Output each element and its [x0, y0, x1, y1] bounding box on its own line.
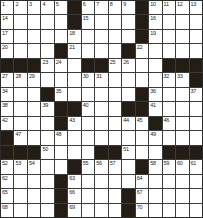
clue-number: 46: [164, 117, 170, 123]
grid-cell[interactable]: 28: [14, 73, 26, 86]
blocked-cell: [136, 1, 148, 14]
clue-number: 16: [150, 15, 156, 21]
grid-cell[interactable]: [55, 73, 67, 86]
clue-number: 15: [83, 15, 89, 21]
grid-cell[interactable]: [122, 160, 134, 173]
grid-cell[interactable]: 13: [190, 1, 202, 14]
blocked-cell: [176, 59, 188, 72]
grid-cell[interactable]: 3: [28, 1, 40, 14]
grid-cell[interactable]: 26: [122, 59, 134, 72]
grid-cell[interactable]: [28, 117, 40, 130]
grid-cell[interactable]: [28, 102, 40, 115]
clue-number: 45: [137, 117, 143, 123]
clue-number: 24: [56, 59, 62, 65]
grid-cell[interactable]: [136, 131, 148, 144]
blocked-cell: [1, 59, 13, 72]
clue-number: 40: [83, 102, 89, 108]
clue-number: 62: [2, 175, 8, 181]
grid-cell[interactable]: 29: [28, 73, 40, 86]
grid-cell[interactable]: [109, 102, 121, 115]
grid-cell[interactable]: [163, 189, 175, 202]
grid-cell[interactable]: [176, 131, 188, 144]
grid-cell[interactable]: [28, 175, 40, 188]
clue-number: 43: [69, 117, 75, 123]
grid-cell[interactable]: 57: [109, 160, 121, 173]
grid-cell[interactable]: 61: [190, 160, 202, 173]
clue-number: 48: [56, 131, 62, 137]
blocked-cell: [122, 189, 134, 202]
grid-cell[interactable]: [109, 30, 121, 43]
grid-cell[interactable]: [109, 44, 121, 57]
grid-cell[interactable]: [55, 15, 67, 28]
clue-number: 23: [42, 59, 48, 65]
grid-cell[interactable]: 18: [68, 30, 80, 43]
grid-cell[interactable]: [176, 30, 188, 43]
clue-number: 12: [177, 1, 183, 7]
grid-cell[interactable]: [95, 131, 107, 144]
grid-cell[interactable]: [95, 117, 107, 130]
grid-cell[interactable]: [68, 59, 80, 72]
clue-number: 30: [83, 73, 89, 79]
blocked-cell: [136, 30, 148, 43]
clue-number: 69: [69, 204, 75, 210]
grid-cell[interactable]: 41: [149, 102, 161, 115]
blocked-cell: [82, 59, 94, 72]
clue-number: 50: [42, 146, 48, 152]
grid-cell[interactable]: [82, 117, 94, 130]
clue-number: 34: [2, 88, 8, 94]
clue-number: 55: [83, 160, 89, 166]
clue-number: 2: [15, 1, 18, 7]
grid-cell[interactable]: [176, 102, 188, 115]
grid-cell[interactable]: [163, 15, 175, 28]
grid-cell[interactable]: [122, 73, 134, 86]
clue-number: 25: [110, 59, 116, 65]
grid-cell[interactable]: [163, 30, 175, 43]
grid-cell[interactable]: [109, 175, 121, 188]
grid-cell[interactable]: 38: [1, 102, 13, 115]
clue-number: 38: [2, 102, 8, 108]
grid-cell[interactable]: [14, 189, 26, 202]
blocked-cell: [55, 44, 67, 57]
grid-cell[interactable]: [41, 117, 53, 130]
grid-cell[interactable]: 48: [55, 131, 67, 144]
grid-cell[interactable]: 56: [95, 160, 107, 173]
clue-number: 11: [164, 1, 169, 7]
grid-cell[interactable]: [136, 59, 148, 72]
grid-cell[interactable]: [68, 88, 80, 101]
blocked-cell: [1, 131, 13, 144]
grid-cell[interactable]: [28, 189, 40, 202]
grid-cell[interactable]: 15: [82, 15, 94, 28]
grid-cell[interactable]: [82, 175, 94, 188]
grid-cell[interactable]: [28, 44, 40, 57]
blocked-cell: [109, 146, 121, 159]
grid-cell[interactable]: [14, 44, 26, 57]
grid-cell[interactable]: [176, 44, 188, 57]
grid-cell[interactable]: [176, 117, 188, 130]
clue-number: 54: [29, 160, 35, 166]
grid-cell[interactable]: [95, 204, 107, 217]
clue-number: 59: [164, 160, 170, 166]
grid-cell[interactable]: [41, 30, 53, 43]
grid-cell[interactable]: 47: [14, 131, 26, 144]
clue-number: 61: [191, 160, 197, 166]
grid-cell[interactable]: [109, 189, 121, 202]
clue-number: 53: [15, 160, 21, 166]
blocked-cell: [68, 15, 80, 28]
grid-cell[interactable]: 1: [1, 1, 13, 14]
grid-cell[interactable]: [163, 88, 175, 101]
blocked-cell: [1, 146, 13, 159]
clue-number: 64: [137, 175, 143, 181]
grid-cell[interactable]: 53: [14, 160, 26, 173]
grid-cell[interactable]: 67: [136, 189, 148, 202]
grid-cell[interactable]: [95, 88, 107, 101]
grid-cell[interactable]: [41, 131, 53, 144]
grid-cell[interactable]: [82, 189, 94, 202]
blocked-cell: [55, 102, 67, 115]
grid-cell[interactable]: [82, 146, 94, 159]
clue-number: 67: [137, 189, 143, 195]
blocked-cell: [136, 102, 148, 115]
grid-cell[interactable]: [68, 73, 80, 86]
grid-cell[interactable]: [28, 204, 40, 217]
grid-cell[interactable]: [176, 15, 188, 28]
grid-cell[interactable]: [190, 117, 202, 130]
grid-cell[interactable]: 68: [1, 204, 13, 217]
grid-cell[interactable]: 60: [176, 160, 188, 173]
clue-number: 33: [177, 73, 183, 79]
grid-cell[interactable]: [28, 30, 40, 43]
blocked-cell: [95, 146, 107, 159]
grid-cell[interactable]: [163, 131, 175, 144]
grid-cell[interactable]: [149, 204, 161, 217]
blocked-cell: [14, 59, 26, 72]
clue-number: 49: [150, 131, 156, 137]
grid-cell[interactable]: [95, 102, 107, 115]
grid-cell[interactable]: 14: [1, 15, 13, 28]
grid-cell[interactable]: 34: [1, 88, 13, 101]
grid-cell[interactable]: [122, 175, 134, 188]
grid-cell[interactable]: [109, 88, 121, 101]
blocked-cell: [190, 73, 202, 86]
grid-cell[interactable]: [28, 15, 40, 28]
grid-cell[interactable]: 35: [55, 88, 67, 101]
grid-cell[interactable]: [136, 73, 148, 86]
grid-cell[interactable]: 23: [41, 59, 53, 72]
blocked-cell: [136, 88, 148, 101]
grid-cell[interactable]: 22: [136, 44, 148, 57]
grid-cell[interactable]: 49: [149, 131, 161, 144]
grid-cell[interactable]: [122, 15, 134, 28]
clue-number: 22: [137, 44, 143, 50]
grid-cell[interactable]: 27: [1, 73, 13, 86]
clue-number: 18: [69, 30, 75, 36]
clue-number: 13: [191, 1, 197, 7]
grid-cell[interactable]: [28, 131, 40, 144]
blocked-cell: [136, 160, 148, 173]
clue-number: 19: [150, 30, 156, 36]
blocked-cell: [55, 204, 67, 217]
grid-cell[interactable]: 16: [149, 15, 161, 28]
clue-number: 41: [150, 102, 156, 108]
clue-number: 36: [150, 88, 156, 94]
clue-number: 17: [2, 30, 8, 36]
clue-number: 7: [96, 1, 99, 7]
clue-number: 14: [2, 15, 8, 21]
grid-cell[interactable]: [14, 30, 26, 43]
grid-cell[interactable]: 30: [82, 73, 94, 86]
grid-cell[interactable]: [95, 189, 107, 202]
grid-cell[interactable]: [14, 102, 26, 115]
grid-cell[interactable]: 20: [1, 44, 13, 57]
clue-number: 10: [150, 1, 156, 7]
grid-cell[interactable]: 45: [136, 117, 148, 130]
grid-cell[interactable]: 36: [149, 88, 161, 101]
blocked-cell: [28, 59, 40, 72]
grid-cell[interactable]: 21: [68, 44, 80, 57]
clue-number: 56: [96, 160, 102, 166]
clue-number: 8: [110, 1, 113, 7]
clue-number: 4: [42, 1, 45, 7]
clue-number: 37: [191, 88, 197, 94]
grid-cell[interactable]: [68, 131, 80, 144]
grid-cell[interactable]: [109, 117, 121, 130]
grid-cell[interactable]: [163, 102, 175, 115]
clue-number: 70: [137, 204, 143, 210]
grid-cell[interactable]: [190, 204, 202, 217]
grid-cell[interactable]: 4: [41, 1, 53, 14]
grid-cell[interactable]: [55, 160, 67, 173]
grid-cell[interactable]: [149, 175, 161, 188]
clue-number: 29: [29, 73, 35, 79]
grid-cell[interactable]: 46: [163, 117, 175, 130]
clue-number: 44: [123, 117, 129, 123]
grid-cell[interactable]: [14, 204, 26, 217]
grid-cell[interactable]: [149, 44, 161, 57]
grid-cell[interactable]: [149, 189, 161, 202]
grid-cell[interactable]: [55, 30, 67, 43]
grid-cell[interactable]: 43: [68, 117, 80, 130]
grid-cell[interactable]: 32: [163, 73, 175, 86]
clue-number: 68: [2, 204, 8, 210]
grid-cell[interactable]: [163, 44, 175, 57]
grid-cell[interactable]: [41, 189, 53, 202]
grid-cell[interactable]: [176, 88, 188, 101]
clue-number: 65: [2, 189, 8, 195]
crossword-grid: 1234567891011121314151617181920212223242…: [0, 0, 203, 218]
grid-cell[interactable]: 17: [1, 30, 13, 43]
clue-number: 52: [2, 160, 8, 166]
blocked-cell: [95, 59, 107, 72]
grid-cell[interactable]: 40: [82, 102, 94, 115]
grid-cell[interactable]: [68, 146, 80, 159]
grid-cell[interactable]: 2: [14, 1, 26, 14]
grid-cell[interactable]: [82, 204, 94, 217]
grid-cell[interactable]: [41, 160, 53, 173]
grid-cell[interactable]: [176, 175, 188, 188]
grid-cell[interactable]: [95, 30, 107, 43]
blocked-cell: [122, 44, 134, 57]
grid-cell[interactable]: 44: [122, 117, 134, 130]
grid-cell[interactable]: 52: [1, 160, 13, 173]
blocked-cell: [28, 146, 40, 159]
grid-cell[interactable]: [109, 15, 121, 28]
clue-number: 58: [150, 160, 156, 166]
grid-cell[interactable]: [95, 44, 107, 57]
grid-cell[interactable]: [14, 15, 26, 28]
grid-cell[interactable]: [14, 117, 26, 130]
clue-number: 32: [164, 73, 170, 79]
grid-cell[interactable]: 37: [190, 88, 202, 101]
blocked-cell: [68, 160, 80, 173]
clue-number: 35: [56, 88, 62, 94]
clue-number: 42: [2, 117, 8, 123]
clue-number: 39: [42, 102, 48, 108]
grid-cell[interactable]: [82, 131, 94, 144]
blocked-cell: [190, 146, 202, 159]
grid-cell[interactable]: [41, 44, 53, 57]
grid-cell[interactable]: [14, 88, 26, 101]
clue-number: 66: [69, 189, 75, 195]
blocked-cell: [55, 175, 67, 188]
blocked-cell: [163, 59, 175, 72]
grid-cell[interactable]: 54: [28, 160, 40, 173]
grid-cell[interactable]: [95, 15, 107, 28]
grid-cell[interactable]: [163, 204, 175, 217]
blocked-cell: [68, 1, 80, 14]
grid-cell[interactable]: 19: [149, 30, 161, 43]
grid-cell[interactable]: [190, 15, 202, 28]
grid-cell[interactable]: 11: [163, 1, 175, 14]
grid-cell[interactable]: [122, 30, 134, 43]
grid-cell[interactable]: 63: [68, 175, 80, 188]
grid-cell[interactable]: 66: [68, 189, 80, 202]
grid-cell[interactable]: [190, 131, 202, 144]
grid-cell[interactable]: [190, 102, 202, 115]
grid-cell[interactable]: [136, 146, 148, 159]
blocked-cell: [136, 15, 148, 28]
clue-number: 9: [123, 1, 126, 7]
grid-cell[interactable]: [28, 88, 40, 101]
clue-number: 63: [69, 175, 75, 181]
grid-cell[interactable]: [109, 131, 121, 144]
clue-number: 26: [123, 59, 129, 65]
blocked-cell: [68, 102, 80, 115]
grid-cell[interactable]: [122, 88, 134, 101]
grid-cell[interactable]: 9: [122, 1, 134, 14]
grid-cell[interactable]: [176, 204, 188, 217]
grid-cell[interactable]: 5: [55, 1, 67, 14]
grid-cell[interactable]: [82, 30, 94, 43]
clue-number: 3: [29, 1, 32, 7]
clue-number: 51: [123, 146, 129, 152]
clue-number: 47: [15, 131, 21, 137]
grid-cell[interactable]: 59: [163, 160, 175, 173]
blocked-cell: [122, 102, 134, 115]
grid-cell[interactable]: 7: [95, 1, 107, 14]
grid-cell[interactable]: 51: [122, 146, 134, 159]
blocked-cell: [122, 204, 134, 217]
grid-cell[interactable]: 69: [68, 204, 80, 217]
grid-cell[interactable]: 10: [149, 1, 161, 14]
grid-cell[interactable]: [95, 175, 107, 188]
grid-cell[interactable]: [109, 204, 121, 217]
grid-cell[interactable]: [149, 73, 161, 86]
grid-cell[interactable]: [41, 175, 53, 188]
grid-cell[interactable]: 58: [149, 160, 161, 173]
grid-cell[interactable]: [122, 131, 134, 144]
grid-cell[interactable]: [41, 73, 53, 86]
grid-cell[interactable]: [149, 146, 161, 159]
clue-number: 28: [15, 73, 21, 79]
grid-cell[interactable]: [55, 146, 67, 159]
grid-cell[interactable]: [14, 175, 26, 188]
grid-cell[interactable]: 33: [176, 73, 188, 86]
clue-number: 57: [110, 160, 116, 166]
grid-cell[interactable]: 64: [136, 175, 148, 188]
grid-cell[interactable]: 8: [109, 1, 121, 14]
blocked-cell: [149, 117, 161, 130]
blocked-cell: [55, 189, 67, 202]
grid-cell[interactable]: [190, 44, 202, 57]
clue-number: 27: [2, 73, 8, 79]
grid-cell[interactable]: [163, 175, 175, 188]
blocked-cell: [14, 146, 26, 159]
grid-cell[interactable]: 25: [109, 59, 121, 72]
blocked-cell: [190, 59, 202, 72]
grid-cell[interactable]: 6: [82, 1, 94, 14]
grid-cell[interactable]: 62: [1, 175, 13, 188]
clue-number: 6: [83, 1, 86, 7]
grid-cell[interactable]: 70: [136, 204, 148, 217]
grid-cell[interactable]: [41, 15, 53, 28]
grid-cell[interactable]: 39: [41, 102, 53, 115]
grid-cell[interactable]: [82, 88, 94, 101]
grid-cell[interactable]: [190, 30, 202, 43]
blocked-cell: [176, 146, 188, 159]
grid-cell[interactable]: [41, 204, 53, 217]
grid-cell[interactable]: 65: [1, 189, 13, 202]
grid-cell[interactable]: [82, 44, 94, 57]
grid-cell[interactable]: [190, 175, 202, 188]
clue-number: 21: [69, 44, 75, 50]
clue-number: 31: [96, 73, 102, 79]
grid-cell[interactable]: 42: [1, 117, 13, 130]
clue-number: 20: [2, 44, 8, 50]
blocked-cell: [55, 117, 67, 130]
grid-cell[interactable]: 24: [55, 59, 67, 72]
grid-cell[interactable]: [190, 189, 202, 202]
grid-cell[interactable]: [176, 189, 188, 202]
clue-number: 60: [177, 160, 183, 166]
grid-cell[interactable]: 50: [41, 146, 53, 159]
clue-number: 5: [56, 1, 59, 7]
blocked-cell: [163, 146, 175, 159]
grid-cell[interactable]: 12: [176, 1, 188, 14]
grid-cell[interactable]: [109, 73, 121, 86]
grid-cell[interactable]: [149, 59, 161, 72]
clue-number: 1: [2, 1, 5, 7]
grid-cell[interactable]: 31: [95, 73, 107, 86]
blocked-cell: [41, 88, 53, 101]
grid-cell[interactable]: 55: [82, 160, 94, 173]
